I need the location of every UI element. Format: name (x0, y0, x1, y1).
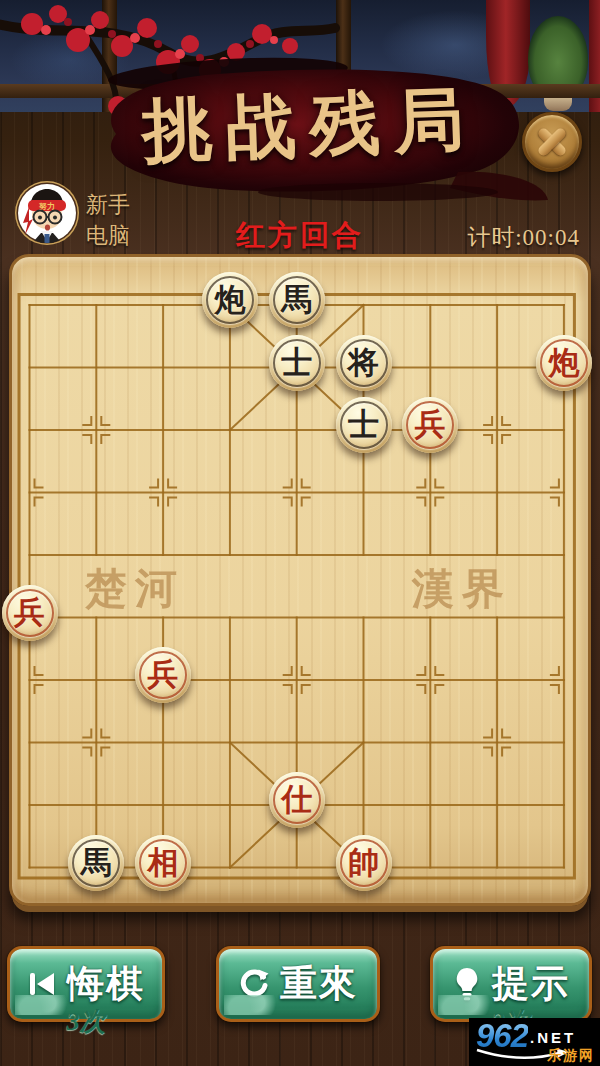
piece-glyph: 帥 (336, 835, 392, 891)
piece-red-soldier-c[interactable]: 兵 (135, 647, 191, 703)
piece-glyph: 将 (336, 335, 392, 391)
refresh-icon (238, 968, 270, 1000)
piece-red-soldier-a[interactable]: 兵 (402, 397, 458, 453)
watermark-tld: .NET (530, 1029, 576, 1046)
piece-glyph: 炮 (536, 335, 592, 391)
game-screen: 挑战残局 努力 新手 电脑 红方回合 计时:00:04 (0, 0, 600, 1066)
bulb-icon (452, 967, 482, 1001)
hint-label: 提示 (492, 959, 570, 1009)
piece-glyph: 士 (269, 335, 325, 391)
watermark-site-name: 乐游网 (547, 1047, 595, 1065)
restart-label: 重來 (280, 959, 358, 1009)
piece-glyph: 馬 (68, 835, 124, 891)
piece-red-general[interactable]: 帥 (336, 835, 392, 891)
piece-black-cannon[interactable]: 炮 (202, 272, 258, 328)
undo-button[interactable]: 悔棋 3次 (7, 946, 165, 1022)
hint-button[interactable]: 提示 2次 (430, 946, 592, 1022)
piece-black-advisor-a[interactable]: 士 (269, 335, 325, 391)
piece-glyph: 炮 (202, 272, 258, 328)
piece-black-advisor-b[interactable]: 士 (336, 397, 392, 453)
piece-red-soldier-b[interactable]: 兵 (2, 585, 58, 641)
piece-red-advisor[interactable]: 仕 (269, 772, 325, 828)
piece-glyph: 馬 (269, 272, 325, 328)
piece-glyph: 仕 (269, 772, 325, 828)
pieces-layer: 炮馬士将炮士兵兵兵仕馬相帥 (0, 0, 600, 1066)
site-watermark: 962 .NET 乐游网 (469, 1018, 600, 1066)
undo-label: 悔棋 (67, 959, 145, 1009)
piece-glyph: 兵 (2, 585, 58, 641)
undo-count: 3次 (10, 1004, 162, 1039)
piece-black-general[interactable]: 将 (336, 335, 392, 391)
piece-glyph: 士 (336, 397, 392, 453)
piece-red-elephant[interactable]: 相 (135, 835, 191, 891)
piece-black-horse-a[interactable]: 馬 (269, 272, 325, 328)
restart-button[interactable]: 重來 (216, 946, 380, 1022)
piece-black-horse-b[interactable]: 馬 (68, 835, 124, 891)
skip-back-icon (27, 969, 57, 999)
piece-glyph: 兵 (402, 397, 458, 453)
piece-glyph: 相 (135, 835, 191, 891)
piece-red-cannon[interactable]: 炮 (536, 335, 592, 391)
piece-glyph: 兵 (135, 647, 191, 703)
